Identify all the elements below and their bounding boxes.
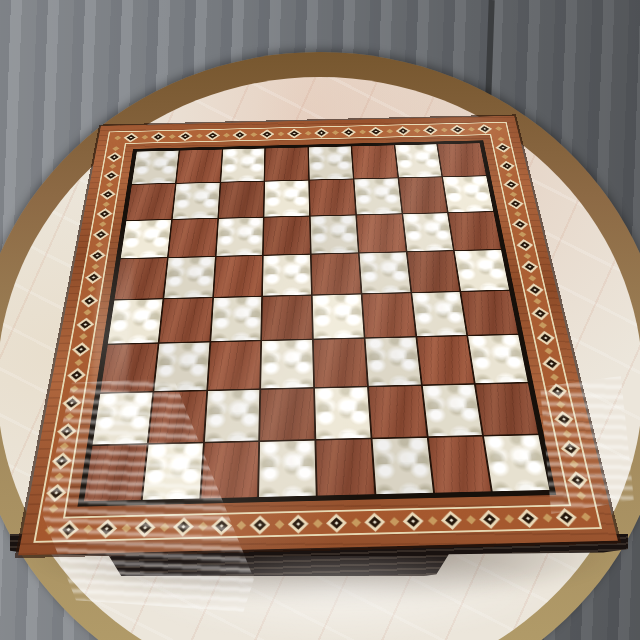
inlay-diamond [518, 508, 539, 527]
inlay-diamond [211, 516, 232, 535]
square-h3[interactable] [468, 335, 527, 383]
square-c2[interactable] [204, 390, 259, 442]
square-c3[interactable] [208, 341, 261, 389]
inlay-small-diamond [121, 523, 131, 532]
inlay-small-diamond [304, 131, 311, 136]
square-g5[interactable] [407, 251, 459, 292]
inlay-diamond [556, 508, 577, 527]
inlay-small-diamond [196, 133, 203, 138]
inlay-small-diamond [159, 522, 169, 531]
inlay-diamond [100, 189, 116, 200]
inlay-diamond [96, 208, 112, 219]
inlay-diamond [62, 395, 81, 411]
inlay-diamond [521, 261, 538, 274]
inlay-small-diamond [106, 182, 113, 187]
square-f6[interactable] [357, 214, 406, 252]
inlay-small-diamond [386, 129, 393, 134]
square-d5[interactable] [263, 255, 311, 296]
inlay-small-diamond [141, 135, 148, 140]
inlay-diamond [554, 411, 573, 427]
inlay-small-diamond [102, 201, 109, 206]
square-g6[interactable] [403, 213, 453, 251]
inlay-small-diamond [528, 275, 536, 281]
inlay-small-diamond [48, 505, 58, 514]
square-g2[interactable] [422, 384, 482, 436]
inlay-small-diamond [236, 520, 246, 529]
square-h7[interactable] [443, 176, 493, 211]
inlay-small-diamond [198, 521, 208, 530]
inlay-diamond [58, 520, 79, 539]
inlay-small-diamond [514, 211, 522, 216]
square-h2[interactable] [476, 383, 538, 435]
inlay-small-diamond [576, 492, 586, 501]
square-g4[interactable] [412, 292, 467, 336]
inlay-diamond [124, 133, 139, 143]
square-g3[interactable] [417, 336, 474, 384]
inlay-diamond [314, 128, 329, 138]
inlay-small-diamond [109, 164, 116, 169]
inlay-diamond [477, 124, 492, 134]
square-h8[interactable] [438, 143, 486, 176]
inlay-small-diamond [168, 134, 175, 139]
inlay-diamond [103, 170, 118, 181]
inlay-small-diamond [69, 385, 78, 392]
inlay-small-diamond [466, 515, 476, 524]
square-g1[interactable] [428, 436, 491, 492]
inlay-small-diamond [538, 322, 546, 329]
inlay-small-diamond [504, 514, 514, 523]
square-d4[interactable] [262, 296, 312, 340]
square-b6[interactable] [168, 219, 217, 257]
inlay-small-diamond [562, 430, 571, 438]
inlay-diamond [96, 519, 117, 538]
square-e6[interactable] [311, 215, 358, 253]
square-e3[interactable] [314, 339, 367, 387]
inlay-diamond [495, 143, 510, 153]
inlay-small-diamond [87, 286, 95, 292]
inlay-diamond [173, 517, 194, 536]
inlay-small-diamond [581, 512, 591, 521]
square-c5[interactable] [214, 256, 263, 297]
inlay-diamond [250, 515, 271, 534]
square-b3[interactable] [154, 343, 209, 391]
inlay-small-diamond [274, 520, 284, 529]
inlay-diamond [326, 513, 347, 532]
inlay-diamond [503, 179, 519, 190]
square-b4[interactable] [159, 298, 212, 342]
inlay-diamond [536, 331, 554, 345]
inlay-small-diamond [277, 131, 284, 136]
square-c6[interactable] [216, 217, 263, 255]
table-highlight [140, 556, 540, 640]
inlay-small-diamond [533, 298, 541, 304]
inlay-small-diamond [505, 173, 512, 178]
inlay-small-diamond [413, 128, 420, 133]
inlay-small-diamond [544, 347, 553, 354]
inlay-small-diamond [501, 154, 508, 159]
inlay-diamond [499, 161, 514, 171]
square-h6[interactable] [449, 212, 501, 250]
inlay-small-diamond [65, 413, 74, 421]
square-c7[interactable] [219, 182, 264, 218]
inlay-small-diamond [468, 127, 475, 132]
inlay-small-diamond [74, 359, 83, 366]
inlay-diamond [51, 453, 71, 470]
square-b5[interactable] [164, 257, 214, 298]
inlay-diamond [479, 509, 500, 528]
inlay-diamond [450, 125, 465, 135]
square-e1[interactable] [316, 439, 374, 495]
inlay-small-diamond [427, 516, 437, 525]
square-b2[interactable] [149, 391, 206, 443]
square-d6[interactable] [264, 216, 310, 254]
inlay-diamond [507, 198, 523, 209]
inlay-small-diamond [556, 401, 565, 408]
inlay-diamond [151, 132, 166, 142]
inlay-small-diamond [440, 127, 447, 132]
playing-area [84, 143, 549, 501]
inlay-diamond [135, 518, 156, 537]
square-e8[interactable] [309, 146, 353, 179]
square-c8[interactable] [221, 148, 265, 181]
inlay-diamond [368, 127, 383, 137]
square-g7[interactable] [399, 177, 447, 213]
inlay-diamond [441, 510, 462, 529]
inlay-small-diamond [351, 518, 361, 527]
inlay-diamond [288, 514, 309, 533]
square-f8[interactable] [352, 145, 397, 178]
square-c1[interactable] [201, 442, 259, 499]
inlay-diamond [67, 368, 85, 383]
square-d8[interactable] [265, 147, 308, 180]
square-d3[interactable] [261, 340, 313, 388]
inlay-diamond [396, 126, 411, 136]
square-f4[interactable] [362, 293, 415, 337]
inlay-diamond [287, 129, 302, 139]
square-h5[interactable] [455, 250, 509, 291]
inlay-diamond [106, 152, 121, 162]
square-a1[interactable] [84, 445, 147, 502]
inlay-diamond [567, 471, 587, 489]
square-e5[interactable] [312, 253, 361, 294]
inlay-diamond [364, 512, 385, 531]
square-h1[interactable] [484, 435, 549, 491]
inlay-diamond [76, 318, 94, 332]
square-f7[interactable] [354, 179, 401, 215]
square-e7[interactable] [310, 180, 355, 216]
inlay-diamond [403, 511, 424, 530]
inlay-small-diamond [59, 442, 68, 450]
inlay-small-diamond [54, 473, 63, 481]
square-e2[interactable] [315, 387, 370, 439]
inlay-small-diamond [495, 126, 502, 131]
square-f5[interactable] [359, 252, 410, 293]
inlay-diamond [341, 127, 356, 137]
inlay-small-diamond [509, 192, 516, 197]
inlay-small-diamond [523, 253, 531, 259]
inlay-small-diamond [83, 309, 91, 315]
inlay-diamond [205, 131, 220, 141]
square-d1[interactable] [259, 440, 315, 497]
square-g8[interactable] [395, 144, 442, 177]
inlay-diamond [512, 218, 528, 230]
inlay-small-diamond [542, 513, 552, 522]
inlay-diamond [46, 484, 66, 502]
scene [0, 0, 640, 640]
square-d2[interactable] [260, 388, 314, 440]
inlay-small-diamond [550, 374, 559, 381]
inlay-diamond [178, 131, 193, 141]
inlay-diamond [548, 383, 567, 399]
square-b1[interactable] [142, 443, 202, 500]
square-c4[interactable] [211, 297, 262, 341]
inlay-small-diamond [45, 525, 55, 534]
inlay-diamond [260, 129, 275, 139]
square-e4[interactable] [313, 295, 364, 339]
inlay-diamond [560, 440, 580, 457]
inlay-diamond [516, 239, 533, 251]
inlay-small-diamond [114, 135, 121, 140]
square-b7[interactable] [173, 183, 220, 219]
inlay-small-diamond [359, 129, 366, 134]
inlay-small-diamond [332, 130, 339, 135]
inlay-small-diamond [79, 334, 87, 341]
square-d7[interactable] [265, 181, 310, 217]
inlay-diamond [232, 130, 247, 140]
inlay-diamond [542, 356, 560, 371]
inlay-small-diamond [569, 460, 578, 468]
square-h4[interactable] [461, 291, 518, 335]
inlay-diamond [531, 307, 549, 321]
square-f3[interactable] [365, 338, 420, 386]
inlay-small-diamond [518, 232, 526, 238]
inlay-diamond [57, 423, 76, 440]
square-b8[interactable] [176, 150, 221, 183]
inlay-small-diamond [99, 221, 107, 226]
square-f2[interactable] [369, 386, 427, 438]
square-a7[interactable] [127, 184, 175, 220]
inlay-small-diamond [250, 132, 257, 137]
inlay-small-diamond [112, 146, 119, 151]
inlay-small-diamond [389, 517, 399, 526]
inlay-small-diamond [497, 137, 504, 142]
inlay-diamond [423, 125, 438, 135]
square-f1[interactable] [372, 438, 432, 494]
inlay-small-diamond [313, 519, 323, 528]
inlay-diamond [72, 342, 90, 357]
inlay-small-diamond [83, 524, 93, 533]
inlay-small-diamond [223, 133, 230, 138]
square-a8[interactable] [132, 151, 178, 184]
inlay-diamond [526, 283, 543, 296]
